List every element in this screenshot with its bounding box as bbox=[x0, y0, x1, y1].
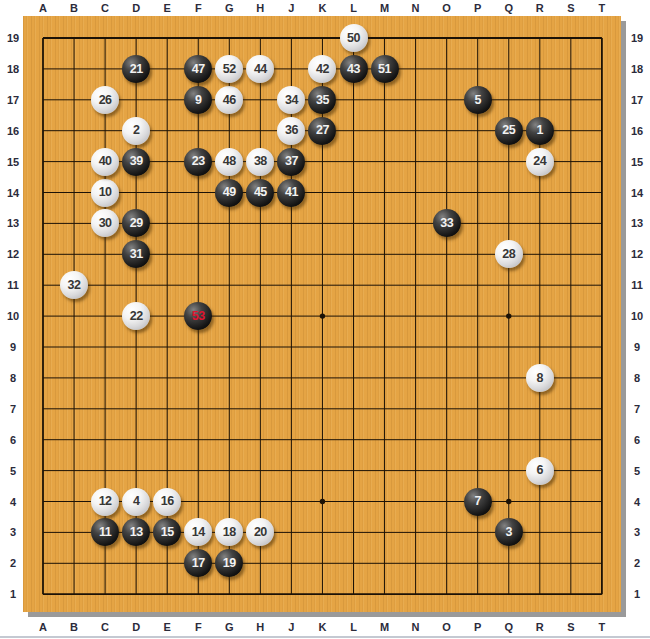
move-number: 44 bbox=[254, 63, 267, 76]
row-label-left-17: 17 bbox=[7, 94, 19, 105]
row-label-left-1: 1 bbox=[10, 589, 16, 600]
stone-black-C3[interactable]: 11 bbox=[91, 518, 119, 546]
col-label-top-G: G bbox=[225, 3, 234, 14]
col-label-bottom-J: J bbox=[288, 622, 294, 633]
col-label-top-H: H bbox=[256, 3, 264, 14]
stone-white-L19[interactable]: 50 bbox=[340, 24, 368, 52]
row-label-right-4: 4 bbox=[634, 496, 640, 507]
row-label-right-1: 1 bbox=[634, 589, 640, 600]
stone-black-F18[interactable]: 47 bbox=[184, 55, 212, 83]
stone-black-G14[interactable]: 49 bbox=[215, 179, 243, 207]
col-label-bottom-F: F bbox=[195, 622, 202, 633]
col-label-bottom-L: L bbox=[350, 622, 357, 633]
move-number: 53 bbox=[192, 310, 205, 323]
stone-black-L18[interactable]: 43 bbox=[340, 55, 368, 83]
row-label-right-15: 15 bbox=[631, 156, 643, 167]
move-number: 26 bbox=[99, 94, 112, 107]
move-number: 2 bbox=[133, 124, 139, 137]
stone-black-D18[interactable]: 21 bbox=[122, 55, 150, 83]
move-number: 47 bbox=[192, 63, 205, 76]
col-label-bottom-H: H bbox=[256, 622, 264, 633]
move-number: 28 bbox=[502, 248, 515, 261]
col-label-top-T: T bbox=[599, 3, 606, 14]
stone-black-F15[interactable]: 23 bbox=[184, 148, 212, 176]
move-number: 8 bbox=[537, 372, 543, 385]
stone-black-F17[interactable]: 9 bbox=[184, 86, 212, 114]
stone-white-H3[interactable]: 20 bbox=[246, 518, 274, 546]
stone-white-G18[interactable]: 52 bbox=[215, 55, 243, 83]
move-number: 38 bbox=[254, 155, 267, 168]
row-label-right-17: 17 bbox=[631, 94, 643, 105]
stone-white-Q12[interactable]: 28 bbox=[495, 240, 523, 268]
move-number: 4 bbox=[133, 495, 139, 508]
row-label-right-8: 8 bbox=[634, 372, 640, 383]
stone-black-F10[interactable]: 53 bbox=[184, 302, 212, 330]
col-label-bottom-E: E bbox=[164, 622, 171, 633]
row-label-left-11: 11 bbox=[7, 280, 19, 291]
move-number: 52 bbox=[223, 63, 236, 76]
stone-black-H14[interactable]: 45 bbox=[246, 179, 274, 207]
col-label-bottom-O: O bbox=[442, 622, 451, 633]
col-label-top-J: J bbox=[288, 3, 294, 14]
col-label-top-S: S bbox=[567, 3, 574, 14]
stone-white-R8[interactable]: 8 bbox=[526, 364, 554, 392]
stone-black-F2[interactable]: 17 bbox=[184, 549, 212, 577]
move-number: 21 bbox=[130, 63, 143, 76]
stone-white-G3[interactable]: 18 bbox=[215, 518, 243, 546]
col-label-bottom-C: C bbox=[101, 622, 109, 633]
row-label-left-12: 12 bbox=[7, 249, 19, 260]
stone-black-J15[interactable]: 37 bbox=[277, 148, 305, 176]
move-number: 1 bbox=[537, 124, 543, 137]
row-label-left-18: 18 bbox=[7, 63, 19, 74]
move-number: 46 bbox=[223, 94, 236, 107]
col-label-bottom-B: B bbox=[70, 622, 78, 633]
move-number: 5 bbox=[474, 94, 480, 107]
row-label-left-9: 9 bbox=[10, 342, 16, 353]
stone-white-G17[interactable]: 46 bbox=[215, 86, 243, 114]
col-label-bottom-D: D bbox=[132, 622, 140, 633]
stone-white-D10[interactable]: 22 bbox=[122, 302, 150, 330]
row-label-left-13: 13 bbox=[7, 218, 19, 229]
move-number: 16 bbox=[161, 495, 174, 508]
move-number: 13 bbox=[130, 526, 143, 539]
stone-white-R15[interactable]: 24 bbox=[526, 148, 554, 176]
row-label-right-10: 10 bbox=[631, 311, 643, 322]
move-number: 34 bbox=[285, 94, 298, 107]
move-number: 36 bbox=[285, 124, 298, 137]
col-label-top-B: B bbox=[70, 3, 78, 14]
stone-black-M18[interactable]: 51 bbox=[371, 55, 399, 83]
stone-white-R5[interactable]: 6 bbox=[526, 457, 554, 485]
row-label-left-10: 10 bbox=[7, 311, 19, 322]
stone-black-D13[interactable]: 29 bbox=[122, 209, 150, 237]
stone-white-C15[interactable]: 40 bbox=[91, 148, 119, 176]
col-label-top-D: D bbox=[132, 3, 140, 14]
move-number: 39 bbox=[130, 155, 143, 168]
move-number: 42 bbox=[316, 63, 329, 76]
move-number: 19 bbox=[223, 557, 236, 570]
col-label-bottom-K: K bbox=[318, 622, 326, 633]
row-label-right-11: 11 bbox=[631, 280, 643, 291]
row-label-right-5: 5 bbox=[634, 465, 640, 476]
row-label-left-8: 8 bbox=[10, 372, 16, 383]
stone-white-H18[interactable]: 44 bbox=[246, 55, 274, 83]
row-label-left-15: 15 bbox=[7, 156, 19, 167]
move-number: 25 bbox=[502, 124, 515, 137]
row-label-right-2: 2 bbox=[634, 558, 640, 569]
move-number: 51 bbox=[378, 63, 391, 76]
col-label-top-P: P bbox=[474, 3, 481, 14]
move-number: 40 bbox=[99, 155, 112, 168]
move-number: 41 bbox=[285, 186, 298, 199]
row-label-left-4: 4 bbox=[10, 496, 16, 507]
stone-black-Q16[interactable]: 25 bbox=[495, 117, 523, 145]
row-label-left-5: 5 bbox=[10, 465, 16, 476]
stone-black-G2[interactable]: 19 bbox=[215, 549, 243, 577]
move-number: 6 bbox=[537, 464, 543, 477]
stone-white-C13[interactable]: 30 bbox=[91, 209, 119, 237]
row-label-right-7: 7 bbox=[634, 403, 640, 414]
row-label-left-7: 7 bbox=[10, 403, 16, 414]
col-label-top-L: L bbox=[350, 3, 357, 14]
move-number: 23 bbox=[192, 155, 205, 168]
col-label-bottom-R: R bbox=[536, 622, 544, 633]
stone-black-R16[interactable]: 1 bbox=[526, 117, 554, 145]
col-label-bottom-Q: Q bbox=[504, 622, 513, 633]
row-label-right-18: 18 bbox=[631, 63, 643, 74]
move-number: 17 bbox=[192, 557, 205, 570]
col-label-top-M: M bbox=[380, 3, 389, 14]
row-label-left-14: 14 bbox=[7, 187, 19, 198]
stone-black-D12[interactable]: 31 bbox=[122, 240, 150, 268]
board-overlay-layer: AABBCCDDEEFFGGHHJJKKLLMMNNOOPPQQRRSSTT19… bbox=[0, 0, 650, 639]
col-label-top-Q: Q bbox=[504, 3, 513, 14]
move-number: 50 bbox=[347, 32, 360, 45]
stone-black-K17[interactable]: 35 bbox=[308, 86, 336, 114]
col-label-bottom-N: N bbox=[412, 622, 420, 633]
stone-white-K18[interactable]: 42 bbox=[308, 55, 336, 83]
stone-white-D4[interactable]: 4 bbox=[122, 488, 150, 516]
window-bottom-divider bbox=[0, 636, 650, 638]
move-number: 48 bbox=[223, 155, 236, 168]
move-number: 20 bbox=[254, 526, 267, 539]
row-label-left-6: 6 bbox=[10, 434, 16, 445]
move-number: 22 bbox=[130, 310, 143, 323]
stone-black-Q3[interactable]: 3 bbox=[495, 518, 523, 546]
stone-white-C14[interactable]: 10 bbox=[91, 179, 119, 207]
stone-white-J16[interactable]: 36 bbox=[277, 117, 305, 145]
stone-white-E4[interactable]: 16 bbox=[153, 488, 181, 516]
col-label-bottom-G: G bbox=[225, 622, 234, 633]
stone-white-H15[interactable]: 38 bbox=[246, 148, 274, 176]
move-number: 27 bbox=[316, 124, 329, 137]
row-label-right-12: 12 bbox=[631, 249, 643, 260]
move-number: 29 bbox=[130, 217, 143, 230]
move-number: 10 bbox=[99, 186, 112, 199]
move-number: 31 bbox=[130, 248, 143, 261]
col-label-top-K: K bbox=[318, 3, 326, 14]
move-number: 9 bbox=[195, 94, 201, 107]
stone-white-G15[interactable]: 48 bbox=[215, 148, 243, 176]
move-number: 3 bbox=[506, 526, 512, 539]
col-label-top-N: N bbox=[412, 3, 420, 14]
stone-black-P17[interactable]: 5 bbox=[464, 86, 492, 114]
move-number: 35 bbox=[316, 94, 329, 107]
row-label-right-14: 14 bbox=[631, 187, 643, 198]
row-label-right-3: 3 bbox=[634, 527, 640, 538]
stone-black-E3[interactable]: 15 bbox=[153, 518, 181, 546]
stone-black-K16[interactable]: 27 bbox=[308, 117, 336, 145]
move-number: 11 bbox=[99, 526, 111, 539]
stone-white-B11[interactable]: 32 bbox=[60, 271, 88, 299]
go-game-record-screen: AABBCCDDEEFFGGHHJJKKLLMMNNOOPPQQRRSSTT19… bbox=[0, 0, 650, 639]
col-label-bottom-M: M bbox=[380, 622, 389, 633]
stone-white-C4[interactable]: 12 bbox=[91, 488, 119, 516]
row-label-left-19: 19 bbox=[7, 33, 19, 44]
move-number: 15 bbox=[161, 526, 174, 539]
move-number: 12 bbox=[99, 495, 112, 508]
move-number: 37 bbox=[285, 155, 298, 168]
move-number: 32 bbox=[68, 279, 81, 292]
move-number: 18 bbox=[223, 526, 236, 539]
col-label-top-A: A bbox=[39, 3, 47, 14]
move-number: 7 bbox=[474, 495, 480, 508]
move-number: 45 bbox=[254, 186, 267, 199]
col-label-bottom-S: S bbox=[567, 622, 574, 633]
col-label-bottom-T: T bbox=[599, 622, 606, 633]
move-number: 24 bbox=[533, 155, 546, 168]
col-label-top-C: C bbox=[101, 3, 109, 14]
stone-black-D3[interactable]: 13 bbox=[122, 518, 150, 546]
col-label-bottom-P: P bbox=[474, 622, 481, 633]
move-number: 30 bbox=[99, 217, 112, 230]
col-label-top-O: O bbox=[442, 3, 451, 14]
stone-white-D16[interactable]: 2 bbox=[122, 117, 150, 145]
stone-black-P4[interactable]: 7 bbox=[464, 488, 492, 516]
stone-white-J17[interactable]: 34 bbox=[277, 86, 305, 114]
row-label-right-13: 13 bbox=[631, 218, 643, 229]
col-label-top-E: E bbox=[164, 3, 171, 14]
row-label-right-9: 9 bbox=[634, 342, 640, 353]
stone-black-O13[interactable]: 33 bbox=[433, 209, 461, 237]
stone-black-D15[interactable]: 39 bbox=[122, 148, 150, 176]
stone-black-J14[interactable]: 41 bbox=[277, 179, 305, 207]
col-label-top-F: F bbox=[195, 3, 202, 14]
move-number: 14 bbox=[192, 526, 205, 539]
row-label-right-16: 16 bbox=[631, 125, 643, 136]
row-label-right-6: 6 bbox=[634, 434, 640, 445]
row-label-left-2: 2 bbox=[10, 558, 16, 569]
col-label-bottom-A: A bbox=[39, 622, 47, 633]
stone-white-C17[interactable]: 26 bbox=[91, 86, 119, 114]
row-label-left-16: 16 bbox=[7, 125, 19, 136]
move-number: 49 bbox=[223, 186, 236, 199]
move-number: 33 bbox=[440, 217, 453, 230]
row-label-right-19: 19 bbox=[631, 33, 643, 44]
move-number: 43 bbox=[347, 63, 360, 76]
stone-white-F3[interactable]: 14 bbox=[184, 518, 212, 546]
row-label-left-3: 3 bbox=[10, 527, 16, 538]
col-label-top-R: R bbox=[536, 3, 544, 14]
